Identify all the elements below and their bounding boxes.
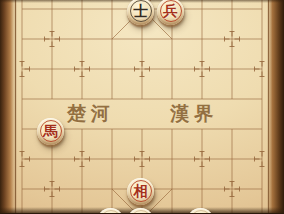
piece-unknown-piece[interactable] bbox=[187, 208, 214, 214]
xiangqi-board: 楚河 漢界 士兵馬相 bbox=[0, 0, 284, 213]
piece-unknown-piece[interactable] bbox=[127, 208, 154, 214]
piece-glyph: 兵 bbox=[157, 0, 184, 25]
piece-glyph bbox=[127, 208, 154, 214]
piece-glyph: 士 bbox=[127, 0, 154, 25]
piece-black-advisor[interactable]: 士 bbox=[127, 0, 154, 25]
piece-red-soldier[interactable]: 兵 bbox=[157, 0, 184, 25]
piece-glyph: 相 bbox=[127, 178, 154, 205]
piece-glyph: 馬 bbox=[37, 118, 64, 145]
piece-red-horse[interactable]: 馬 bbox=[37, 118, 64, 145]
piece-unknown-piece[interactable] bbox=[97, 208, 124, 214]
piece-glyph bbox=[187, 208, 214, 214]
piece-glyph bbox=[97, 208, 124, 214]
piece-red-elephant[interactable]: 相 bbox=[127, 178, 154, 205]
